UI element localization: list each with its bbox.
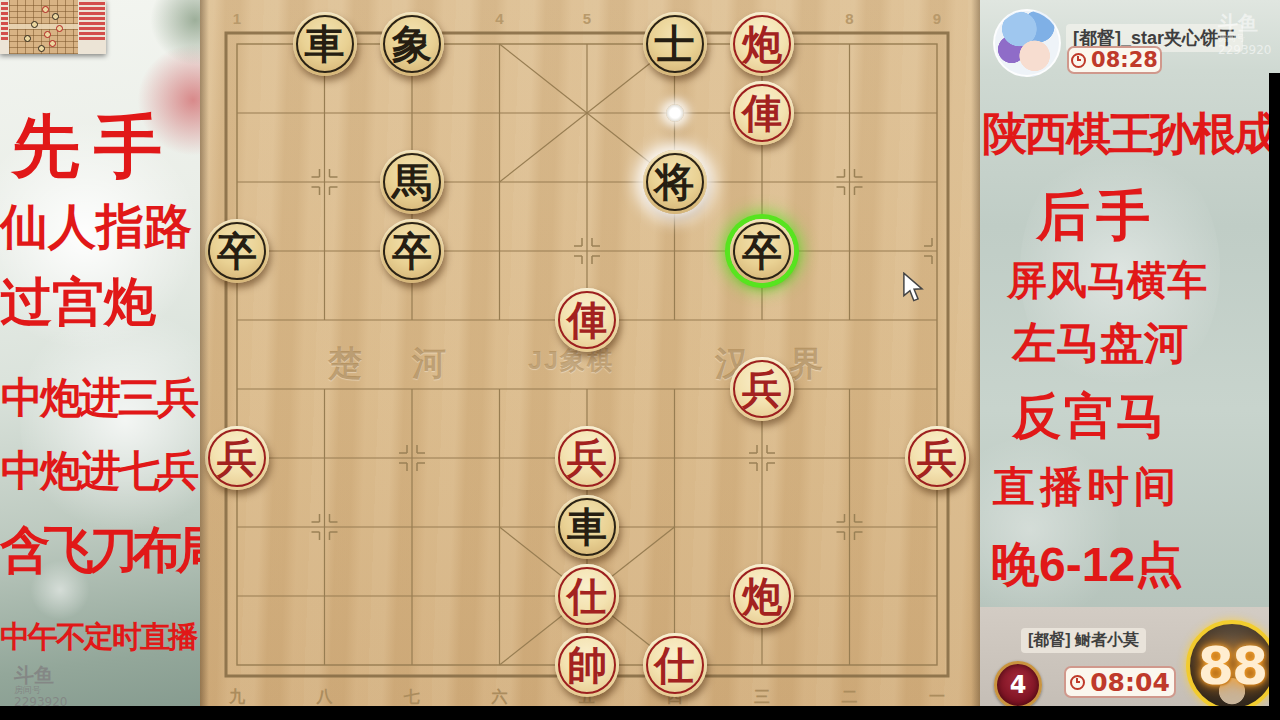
promo-opening-7: 左马盘河	[1012, 321, 1188, 365]
promo-opening-4: 中炮进七兵	[1, 450, 196, 492]
svg-text:六: 六	[491, 688, 508, 705]
svg-text:1: 1	[233, 10, 241, 27]
douyu-logo: 斗鱼	[14, 664, 67, 686]
piece-black-horse[interactable]: 馬	[380, 150, 444, 214]
mini-annotation-left	[0, 0, 9, 54]
player-avatar: 88	[1186, 620, 1278, 712]
promo-opening-2: 过宫炮	[0, 276, 156, 328]
promo-opening-3: 中炮进三兵	[1, 377, 196, 419]
piece-black-soldier[interactable]: 卒	[380, 219, 444, 283]
svg-text:二: 二	[842, 688, 858, 705]
promo-schedule-note: 中午不定时直播	[0, 622, 196, 652]
board-edge-shadow	[200, 0, 209, 706]
svg-text:一: 一	[929, 688, 945, 705]
piece-black-general[interactable]: 将	[643, 150, 707, 214]
piece-red-advisor[interactable]: 仕	[555, 564, 619, 628]
river-app-logo: JJ象棋	[528, 344, 614, 377]
piece-black-soldier[interactable]: 卒	[205, 219, 269, 283]
piece-red-advisor[interactable]: 仕	[643, 633, 707, 697]
douyu-logo: 斗鱼	[1218, 12, 1271, 34]
piece-black-elephant[interactable]: 象	[380, 12, 444, 76]
player-clock-value: 08:04	[1090, 668, 1170, 697]
opponent-clock-value: 08:28	[1091, 48, 1158, 72]
svg-text:5: 5	[583, 10, 591, 27]
piece-red-chariot[interactable]: 俥	[555, 288, 619, 352]
player-clock: 08:04	[1064, 666, 1176, 698]
piece-red-chariot[interactable]: 俥	[730, 81, 794, 145]
letterbox-bar	[1269, 73, 1280, 706]
piece-black-chariot[interactable]: 車	[293, 12, 357, 76]
promo-opponent-name: 陕西棋王孙根成	[982, 111, 1276, 156]
svg-text:八: 八	[316, 688, 334, 705]
piece-red-general[interactable]: 帥	[555, 633, 619, 697]
promo-opening-1: 仙人指路	[0, 203, 192, 251]
piece-red-soldier[interactable]: 兵	[205, 426, 269, 490]
mini-annotation-right	[78, 0, 106, 54]
piece-red-soldier[interactable]: 兵	[730, 357, 794, 421]
light-blob	[980, 430, 1120, 630]
clock-icon	[1071, 53, 1086, 68]
promo-live-time-label: 直播时间	[993, 466, 1181, 508]
player-name: [都督] 鲥者小莫	[1021, 628, 1146, 653]
piece-red-cannon[interactable]: 炮	[730, 564, 794, 628]
stream-screen: 先手 仙人指路 过宫炮 中炮进三兵 中炮进七兵 含飞刀布局 中午不定时直播 陕西…	[0, 0, 1280, 720]
right-promo-panel: 陕西棋王孙根成 后手 屏风马横车 左马盘河 反宫马 直播时间 晚6-12点	[980, 0, 1280, 706]
promo-opening-6: 屏风马横车	[1007, 260, 1207, 300]
last-move-from-marker	[666, 104, 684, 122]
svg-text:九: 九	[228, 688, 246, 705]
svg-text:8: 8	[845, 10, 853, 27]
douyu-watermark-top: 斗鱼 房间号 2293920	[1218, 12, 1271, 57]
clock-icon	[1070, 675, 1085, 690]
svg-text:七: 七	[403, 688, 420, 705]
mini-board-thumbnail	[0, 0, 106, 54]
svg-text:9: 9	[933, 10, 941, 27]
river-label-chu: 楚河	[328, 341, 496, 387]
piece-red-soldier[interactable]: 兵	[555, 426, 619, 490]
piece-black-advisor[interactable]: 士	[643, 12, 707, 76]
svg-text:三: 三	[754, 688, 770, 705]
svg-text:4: 4	[495, 10, 504, 27]
promo-opening-8: 反宫马	[1012, 392, 1168, 441]
promo-second-move: 后手	[1036, 188, 1156, 242]
piece-red-soldier[interactable]: 兵	[905, 426, 969, 490]
board-edge-shadow	[971, 0, 980, 706]
win-streak-count: 4	[994, 661, 1042, 709]
room-id: 2293920	[1218, 44, 1271, 57]
xiangqi-board[interactable]: 123456789九八七六五四三二一 楚河 JJ象棋 汉界 車象士炮俥馬将卒卒卒…	[200, 0, 980, 706]
letterbox-bar	[0, 706, 1280, 720]
promo-first-move: 先手	[12, 112, 176, 180]
opponent-clock: 08:28	[1067, 46, 1162, 74]
douyu-watermark-bottom: 斗鱼 房间号 2293920	[14, 664, 67, 709]
piece-red-cannon[interactable]: 炮	[730, 12, 794, 76]
left-promo-panel: 先手 仙人指路 过宫炮 中炮进三兵 中炮进七兵 含飞刀布局 中午不定时直播	[0, 0, 200, 706]
promo-live-time-value: 晚6-12点	[991, 541, 1183, 589]
piece-black-soldier[interactable]: 卒	[730, 219, 794, 283]
piece-black-chariot[interactable]: 車	[555, 495, 619, 559]
player-avatar-number: 88	[1198, 636, 1266, 696]
promo-opening-5: 含飞刀布局	[0, 525, 200, 575]
mouse-cursor	[903, 272, 925, 303]
opponent-avatar	[993, 9, 1061, 77]
